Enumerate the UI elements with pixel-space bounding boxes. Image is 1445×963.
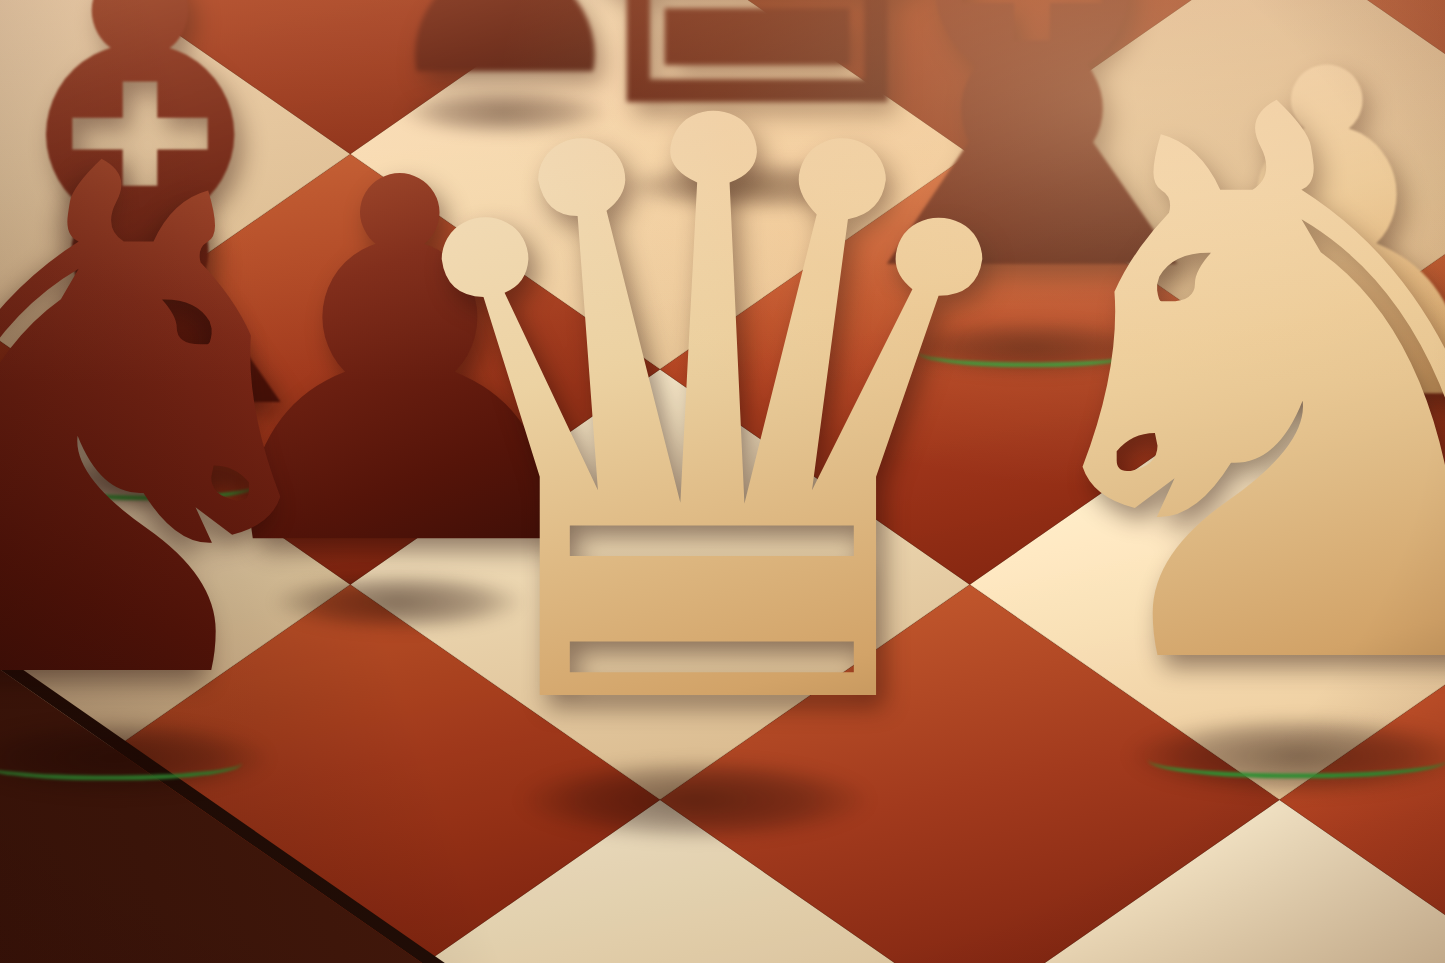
- black-knight-glyph: ♞: [0, 78, 394, 778]
- white-knight-e3[interactable]: ♞: [959, 12, 1445, 772]
- black-knight-c5[interactable]: ♞: [0, 78, 394, 778]
- photo-scene: ♟♚♝♟♝♟♞♛♞: [0, 0, 1445, 963]
- white-knight-glyph: ♞: [959, 12, 1445, 772]
